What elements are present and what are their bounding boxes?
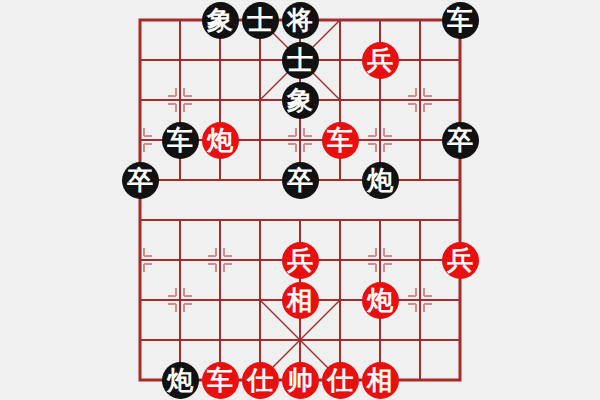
piece-black-soldier[interactable]: 卒 <box>282 162 319 199</box>
piece-red-soldier[interactable]: 兵 <box>442 242 479 279</box>
piece-black-chariot[interactable]: 车 <box>442 2 479 39</box>
piece-red-chariot[interactable]: 车 <box>322 122 359 159</box>
piece-black-chariot[interactable]: 车 <box>162 122 199 159</box>
pieces-layer: 象士将车士兵象车炮车卒卒卒炮兵兵相炮炮车仕帅仕相 <box>120 0 480 400</box>
piece-red-chariot[interactable]: 车 <box>202 362 239 399</box>
piece-red-cannon[interactable]: 炮 <box>362 282 399 319</box>
piece-black-cannon[interactable]: 炮 <box>162 362 199 399</box>
piece-black-elephant[interactable]: 象 <box>202 2 239 39</box>
piece-red-elephant[interactable]: 相 <box>362 362 399 399</box>
piece-red-advisor[interactable]: 仕 <box>322 362 359 399</box>
piece-black-elephant[interactable]: 象 <box>282 82 319 119</box>
piece-black-advisor[interactable]: 士 <box>242 2 279 39</box>
piece-black-general[interactable]: 将 <box>282 2 319 39</box>
piece-red-elephant[interactable]: 相 <box>282 282 319 319</box>
xiangqi-board-screen: 象士将车士兵象车炮车卒卒卒炮兵兵相炮炮车仕帅仕相 <box>0 0 600 400</box>
piece-red-soldier[interactable]: 兵 <box>362 42 399 79</box>
piece-black-advisor[interactable]: 士 <box>282 42 319 79</box>
piece-black-soldier[interactable]: 卒 <box>442 122 479 159</box>
piece-black-soldier[interactable]: 卒 <box>122 162 159 199</box>
piece-red-cannon[interactable]: 炮 <box>202 122 239 159</box>
piece-red-soldier[interactable]: 兵 <box>282 242 319 279</box>
piece-red-general[interactable]: 帅 <box>282 362 319 399</box>
piece-black-cannon[interactable]: 炮 <box>362 162 399 199</box>
piece-red-advisor[interactable]: 仕 <box>242 362 279 399</box>
